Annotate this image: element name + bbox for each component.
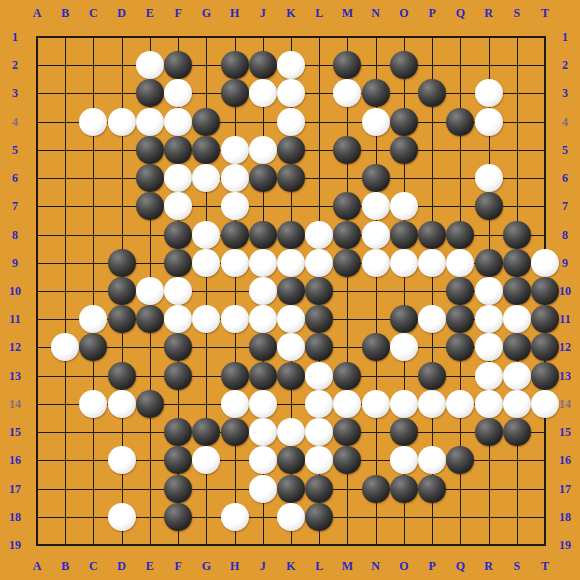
stone-white[interactable] xyxy=(362,221,390,249)
stone-black[interactable] xyxy=(277,277,305,305)
stone-white[interactable] xyxy=(249,475,277,503)
col-label-bottom: Q xyxy=(451,559,469,573)
stone-black[interactable] xyxy=(136,390,164,418)
stone-white[interactable] xyxy=(192,221,220,249)
stone-black[interactable] xyxy=(531,305,559,333)
col-label-top: C xyxy=(84,6,102,20)
col-label-bottom: H xyxy=(226,559,244,573)
stone-white[interactable] xyxy=(418,390,446,418)
row-label-left: 3 xyxy=(1,86,29,100)
row-label-left: 8 xyxy=(1,228,29,242)
stone-white[interactable] xyxy=(475,333,503,361)
stone-white[interactable] xyxy=(390,249,418,277)
stone-white[interactable] xyxy=(531,390,559,418)
stone-white[interactable] xyxy=(475,164,503,192)
stone-white[interactable] xyxy=(136,51,164,79)
stone-white[interactable] xyxy=(277,51,305,79)
stone-black[interactable] xyxy=(136,136,164,164)
stone-black[interactable] xyxy=(418,221,446,249)
row-label-left: 6 xyxy=(1,171,29,185)
stone-black[interactable] xyxy=(446,108,474,136)
stone-black[interactable] xyxy=(249,164,277,192)
row-label-left: 13 xyxy=(1,369,29,383)
row-label-left: 15 xyxy=(1,425,29,439)
stone-white[interactable] xyxy=(79,108,107,136)
stone-white[interactable] xyxy=(531,249,559,277)
stone-black[interactable] xyxy=(164,418,192,446)
col-label-bottom: D xyxy=(113,559,131,573)
stone-black[interactable] xyxy=(503,221,531,249)
stone-black[interactable] xyxy=(277,221,305,249)
stone-black[interactable] xyxy=(164,475,192,503)
stone-black[interactable] xyxy=(164,221,192,249)
stone-white[interactable] xyxy=(475,362,503,390)
stone-white[interactable] xyxy=(277,418,305,446)
row-label-right: 5 xyxy=(551,143,579,157)
stone-white[interactable] xyxy=(108,390,136,418)
stone-black[interactable] xyxy=(531,277,559,305)
stone-white[interactable] xyxy=(277,503,305,531)
row-label-right: 18 xyxy=(551,510,579,524)
stone-black[interactable] xyxy=(531,333,559,361)
stone-white[interactable] xyxy=(475,390,503,418)
col-label-bottom: O xyxy=(395,559,413,573)
stone-white[interactable] xyxy=(221,192,249,220)
row-label-left: 18 xyxy=(1,510,29,524)
stone-black[interactable] xyxy=(221,418,249,446)
stone-black[interactable] xyxy=(221,221,249,249)
stone-white[interactable] xyxy=(108,108,136,136)
stone-black[interactable] xyxy=(390,108,418,136)
stone-white[interactable] xyxy=(164,164,192,192)
stone-black[interactable] xyxy=(390,418,418,446)
stone-white[interactable] xyxy=(418,249,446,277)
stone-white[interactable] xyxy=(192,249,220,277)
col-label-top: G xyxy=(197,6,215,20)
stone-white[interactable] xyxy=(249,418,277,446)
col-label-bottom: G xyxy=(197,559,215,573)
stone-black[interactable] xyxy=(333,249,361,277)
col-label-top: A xyxy=(28,6,46,20)
row-label-right: 1 xyxy=(551,30,579,44)
col-label-bottom: P xyxy=(423,559,441,573)
row-label-left: 5 xyxy=(1,143,29,157)
stone-black[interactable] xyxy=(446,221,474,249)
stone-black[interactable] xyxy=(503,333,531,361)
stone-black[interactable] xyxy=(108,277,136,305)
col-label-top: S xyxy=(508,6,526,20)
stone-white[interactable] xyxy=(221,249,249,277)
stone-black[interactable] xyxy=(305,503,333,531)
col-label-bottom: E xyxy=(141,559,159,573)
stone-black[interactable] xyxy=(192,108,220,136)
stone-white[interactable] xyxy=(277,305,305,333)
stone-black[interactable] xyxy=(503,418,531,446)
stone-white[interactable] xyxy=(305,390,333,418)
row-label-right: 6 xyxy=(551,171,579,185)
row-label-right: 17 xyxy=(551,482,579,496)
stone-black[interactable] xyxy=(221,51,249,79)
row-label-left: 17 xyxy=(1,482,29,496)
stone-black[interactable] xyxy=(136,192,164,220)
stone-white[interactable] xyxy=(390,390,418,418)
stone-black[interactable] xyxy=(475,418,503,446)
stone-black[interactable] xyxy=(136,305,164,333)
stone-black[interactable] xyxy=(362,333,390,361)
stone-white[interactable] xyxy=(249,79,277,107)
col-label-bottom: B xyxy=(56,559,74,573)
stone-black[interactable] xyxy=(362,475,390,503)
stone-white[interactable] xyxy=(362,390,390,418)
col-label-top: K xyxy=(282,6,300,20)
stone-black[interactable] xyxy=(503,277,531,305)
col-label-bottom: S xyxy=(508,559,526,573)
stone-white[interactable] xyxy=(503,362,531,390)
stone-black[interactable] xyxy=(390,221,418,249)
stone-white[interactable] xyxy=(249,446,277,474)
row-label-right: 2 xyxy=(551,58,579,72)
col-label-bottom: J xyxy=(254,559,272,573)
col-label-top: M xyxy=(338,6,356,20)
stone-white[interactable] xyxy=(362,249,390,277)
stone-black[interactable] xyxy=(277,136,305,164)
col-label-top: O xyxy=(395,6,413,20)
stone-white[interactable] xyxy=(475,79,503,107)
stone-black[interactable] xyxy=(503,249,531,277)
col-label-top: N xyxy=(367,6,385,20)
stone-white[interactable] xyxy=(277,108,305,136)
stone-black[interactable] xyxy=(136,164,164,192)
stone-white[interactable] xyxy=(221,305,249,333)
stone-white[interactable] xyxy=(221,164,249,192)
row-label-right: 16 xyxy=(551,453,579,467)
stone-white[interactable] xyxy=(305,249,333,277)
stone-white[interactable] xyxy=(249,277,277,305)
stone-black[interactable] xyxy=(390,305,418,333)
stone-white[interactable] xyxy=(221,390,249,418)
stone-black[interactable] xyxy=(333,221,361,249)
col-label-bottom: N xyxy=(367,559,385,573)
stone-white[interactable] xyxy=(136,277,164,305)
stone-black[interactable] xyxy=(333,362,361,390)
stone-black[interactable] xyxy=(305,277,333,305)
stone-white[interactable] xyxy=(475,277,503,305)
stone-black[interactable] xyxy=(249,362,277,390)
stone-black[interactable] xyxy=(164,362,192,390)
stone-black[interactable] xyxy=(277,164,305,192)
row-label-left: 1 xyxy=(1,30,29,44)
col-label-top: T xyxy=(536,6,554,20)
stone-white[interactable] xyxy=(475,305,503,333)
stone-white[interactable] xyxy=(277,249,305,277)
stone-black[interactable] xyxy=(475,192,503,220)
col-label-top: P xyxy=(423,6,441,20)
stone-black[interactable] xyxy=(362,79,390,107)
stone-white[interactable] xyxy=(249,249,277,277)
stone-black[interactable] xyxy=(192,136,220,164)
col-label-top: Q xyxy=(451,6,469,20)
stone-black[interactable] xyxy=(277,362,305,390)
stone-black[interactable] xyxy=(164,136,192,164)
row-label-right: 3 xyxy=(551,86,579,100)
stone-white[interactable] xyxy=(249,136,277,164)
col-label-bottom: R xyxy=(480,559,498,573)
stone-black[interactable] xyxy=(418,362,446,390)
stone-black[interactable] xyxy=(108,249,136,277)
stone-black[interactable] xyxy=(277,475,305,503)
stone-black[interactable] xyxy=(249,51,277,79)
col-label-top: B xyxy=(56,6,74,20)
row-label-left: 4 xyxy=(1,115,29,129)
stone-white[interactable] xyxy=(305,221,333,249)
row-label-right: 4 xyxy=(551,115,579,129)
col-label-top: H xyxy=(226,6,244,20)
col-label-bottom: C xyxy=(84,559,102,573)
go-board: AABBCCDDEEFFGGHHJJKKLLMMNNOOPPQQRRSSTT11… xyxy=(0,0,580,580)
stone-white[interactable] xyxy=(164,277,192,305)
stone-white[interactable] xyxy=(108,446,136,474)
col-label-bottom: A xyxy=(28,559,46,573)
row-label-left: 2 xyxy=(1,58,29,72)
stone-white[interactable] xyxy=(475,108,503,136)
stone-black[interactable] xyxy=(249,333,277,361)
stone-black[interactable] xyxy=(475,249,503,277)
stone-white[interactable] xyxy=(221,503,249,531)
row-label-left: 11 xyxy=(1,312,29,326)
col-label-bottom: T xyxy=(536,559,554,573)
row-label-left: 19 xyxy=(1,538,29,552)
stone-white[interactable] xyxy=(446,249,474,277)
col-label-top: F xyxy=(169,6,187,20)
stone-black[interactable] xyxy=(418,475,446,503)
row-label-left: 9 xyxy=(1,256,29,270)
stone-white[interactable] xyxy=(362,108,390,136)
stone-black[interactable] xyxy=(305,475,333,503)
stone-white[interactable] xyxy=(390,446,418,474)
row-label-left: 14 xyxy=(1,397,29,411)
stone-white[interactable] xyxy=(362,192,390,220)
stone-white[interactable] xyxy=(221,136,249,164)
stone-white[interactable] xyxy=(249,305,277,333)
stone-white[interactable] xyxy=(108,503,136,531)
stone-white[interactable] xyxy=(446,390,474,418)
stone-white[interactable] xyxy=(305,362,333,390)
col-label-bottom: K xyxy=(282,559,300,573)
col-label-top: D xyxy=(113,6,131,20)
col-label-top: R xyxy=(480,6,498,20)
col-label-bottom: M xyxy=(338,559,356,573)
row-label-left: 16 xyxy=(1,453,29,467)
stone-black[interactable] xyxy=(164,503,192,531)
stone-black[interactable] xyxy=(531,362,559,390)
stone-black[interactable] xyxy=(108,305,136,333)
stone-white[interactable] xyxy=(136,108,164,136)
col-label-bottom: F xyxy=(169,559,187,573)
row-label-left: 12 xyxy=(1,340,29,354)
col-label-top: J xyxy=(254,6,272,20)
row-label-right: 19 xyxy=(551,538,579,552)
row-label-right: 8 xyxy=(551,228,579,242)
stone-black[interactable] xyxy=(221,362,249,390)
stone-black[interactable] xyxy=(221,79,249,107)
stone-black[interactable] xyxy=(164,249,192,277)
stone-black[interactable] xyxy=(362,164,390,192)
stone-black[interactable] xyxy=(390,51,418,79)
row-label-right: 7 xyxy=(551,199,579,213)
stone-white[interactable] xyxy=(503,305,531,333)
stone-white[interactable] xyxy=(503,390,531,418)
row-label-left: 7 xyxy=(1,199,29,213)
stone-white[interactable] xyxy=(164,108,192,136)
col-label-top: E xyxy=(141,6,159,20)
row-label-right: 15 xyxy=(551,425,579,439)
stone-black[interactable] xyxy=(390,475,418,503)
col-label-top: L xyxy=(310,6,328,20)
col-label-bottom: L xyxy=(310,559,328,573)
stone-black[interactable] xyxy=(249,221,277,249)
stone-white[interactable] xyxy=(390,192,418,220)
stone-black[interactable] xyxy=(108,362,136,390)
row-label-left: 10 xyxy=(1,284,29,298)
stone-white[interactable] xyxy=(249,390,277,418)
stone-black[interactable] xyxy=(390,136,418,164)
